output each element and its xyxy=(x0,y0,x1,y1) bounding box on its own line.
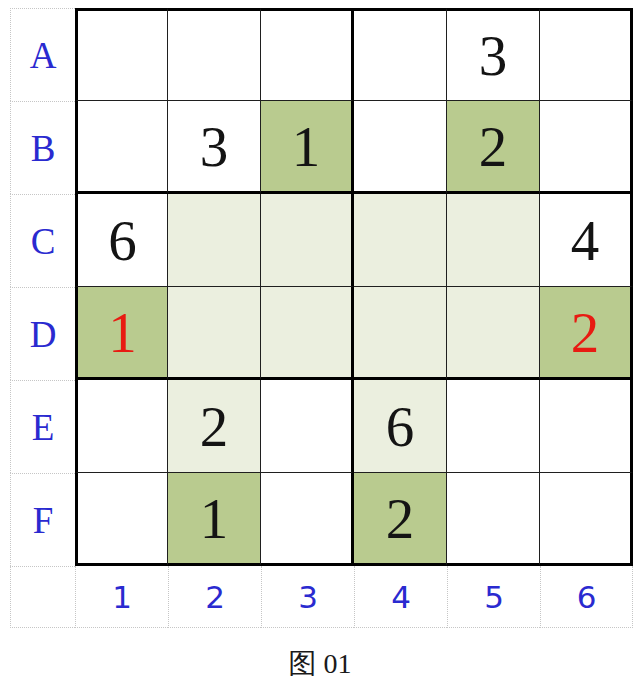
corner-cell xyxy=(10,566,75,628)
col-label-4: 4 xyxy=(354,566,447,628)
col-label-5: 5 xyxy=(447,566,540,628)
cell-A5[interactable]: 3 xyxy=(447,8,540,101)
figure-caption: 图 01 xyxy=(0,645,640,683)
cell-B4[interactable] xyxy=(354,101,447,194)
cell-E2[interactable]: 2 xyxy=(168,380,261,473)
cell-B2[interactable]: 3 xyxy=(168,101,261,194)
col-labels: 123456 xyxy=(10,566,633,628)
sudoku-grid: 331264122612 xyxy=(75,8,633,566)
row-label-A: A xyxy=(10,8,75,101)
cell-D5[interactable] xyxy=(447,287,540,380)
col-label-1: 1 xyxy=(75,566,168,628)
cell-E1[interactable] xyxy=(75,380,168,473)
cell-D6[interactable]: 2 xyxy=(540,287,633,380)
col-label-3: 3 xyxy=(261,566,354,628)
cell-A3[interactable] xyxy=(261,8,354,101)
cell-A6[interactable] xyxy=(540,8,633,101)
col-label-2: 2 xyxy=(168,566,261,628)
cell-D1[interactable]: 1 xyxy=(75,287,168,380)
col-label-6: 6 xyxy=(540,566,633,628)
row-label-D: D xyxy=(10,287,75,380)
cell-B5[interactable]: 2 xyxy=(447,101,540,194)
cell-F2[interactable]: 1 xyxy=(168,473,261,566)
row-label-B: B xyxy=(10,101,75,194)
cell-E4[interactable]: 6 xyxy=(354,380,447,473)
row-label-C: C xyxy=(10,194,75,287)
puzzle-stage: ABCDEF 331264122612 123456 图 01 xyxy=(0,0,640,693)
cell-D3[interactable] xyxy=(261,287,354,380)
cell-B6[interactable] xyxy=(540,101,633,194)
cell-E3[interactable] xyxy=(261,380,354,473)
row-labels: ABCDEF xyxy=(10,8,75,566)
cell-F1[interactable] xyxy=(75,473,168,566)
cell-A4[interactable] xyxy=(354,8,447,101)
cell-E6[interactable] xyxy=(540,380,633,473)
cell-A2[interactable] xyxy=(168,8,261,101)
cell-C6[interactable]: 4 xyxy=(540,194,633,287)
cell-F4[interactable]: 2 xyxy=(354,473,447,566)
cell-F5[interactable] xyxy=(447,473,540,566)
cell-C5[interactable] xyxy=(447,194,540,287)
cell-F6[interactable] xyxy=(540,473,633,566)
cell-A1[interactable] xyxy=(75,8,168,101)
row-label-E: E xyxy=(10,380,75,473)
cell-C1[interactable]: 6 xyxy=(75,194,168,287)
cell-B1[interactable] xyxy=(75,101,168,194)
cell-C4[interactable] xyxy=(354,194,447,287)
cell-E5[interactable] xyxy=(447,380,540,473)
cell-B3[interactable]: 1 xyxy=(261,101,354,194)
cell-D4[interactable] xyxy=(354,287,447,380)
cell-F3[interactable] xyxy=(261,473,354,566)
cell-C3[interactable] xyxy=(261,194,354,287)
row-label-F: F xyxy=(10,473,75,566)
cell-C2[interactable] xyxy=(168,194,261,287)
cell-D2[interactable] xyxy=(168,287,261,380)
